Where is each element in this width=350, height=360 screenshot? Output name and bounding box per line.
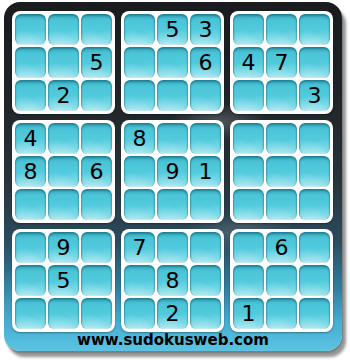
cell-r2c4[interactable] <box>124 47 155 78</box>
cell-r5c2[interactable] <box>48 156 79 187</box>
cell-r8c4[interactable] <box>124 265 155 296</box>
cell-r8c2[interactable]: 5 <box>48 265 79 296</box>
cell-r5c7[interactable] <box>233 156 264 187</box>
cell-r1c3[interactable] <box>81 14 112 45</box>
cell-r1c7[interactable] <box>233 14 264 45</box>
cell-r5c1[interactable]: 8 <box>15 156 46 187</box>
cell-r4c7[interactable] <box>233 123 264 154</box>
cell-r2c3[interactable]: 5 <box>81 47 112 78</box>
cell-r7c7[interactable] <box>233 232 264 263</box>
cell-r3c4[interactable] <box>124 80 155 111</box>
cell-r3c6[interactable] <box>190 80 221 111</box>
cell-r4c6[interactable] <box>190 123 221 154</box>
cell-r7c3[interactable] <box>81 232 112 263</box>
cell-r3c5[interactable] <box>157 80 188 111</box>
cell-r8c9[interactable] <box>299 265 330 296</box>
cell-r3c8[interactable] <box>266 80 297 111</box>
cell-r7c8[interactable]: 6 <box>266 232 297 263</box>
cell-r1c5[interactable]: 5 <box>157 14 188 45</box>
cell-r4c5[interactable] <box>157 123 188 154</box>
cell-r2c1[interactable] <box>15 47 46 78</box>
cell-r8c7[interactable] <box>233 265 264 296</box>
cell-r3c2[interactable]: 2 <box>48 80 79 111</box>
cell-r5c3[interactable]: 6 <box>81 156 112 187</box>
board-frame: 525364734868919578261 www.sudokusweb.com <box>4 2 342 351</box>
cell-r4c8[interactable] <box>266 123 297 154</box>
cell-r8c3[interactable] <box>81 265 112 296</box>
cell-r9c3[interactable] <box>81 298 112 329</box>
box-6 <box>230 120 333 223</box>
cell-r4c3[interactable] <box>81 123 112 154</box>
cell-r6c2[interactable] <box>48 189 79 220</box>
box-9: 61 <box>230 229 333 332</box>
cell-r3c3[interactable] <box>81 80 112 111</box>
cell-r9c4[interactable] <box>124 298 155 329</box>
cell-r1c1[interactable] <box>15 14 46 45</box>
cell-r6c6[interactable] <box>190 189 221 220</box>
cell-r8c1[interactable] <box>15 265 46 296</box>
cell-r9c6[interactable] <box>190 298 221 329</box>
cell-r7c1[interactable] <box>15 232 46 263</box>
cell-r7c6[interactable] <box>190 232 221 263</box>
cell-r2c9[interactable] <box>299 47 330 78</box>
site-url: www.sudokusweb.com <box>77 331 269 349</box>
cell-r8c5[interactable]: 8 <box>157 265 188 296</box>
cell-r7c5[interactable] <box>157 232 188 263</box>
cell-r5c8[interactable] <box>266 156 297 187</box>
cell-r4c9[interactable] <box>299 123 330 154</box>
cell-r6c7[interactable] <box>233 189 264 220</box>
sudoku-board: 525364734868919578261 <box>12 11 333 332</box>
box-5: 891 <box>121 120 224 223</box>
box-1: 52 <box>12 11 115 114</box>
cell-r9c8[interactable] <box>266 298 297 329</box>
cell-r8c8[interactable] <box>266 265 297 296</box>
cell-r2c5[interactable] <box>157 47 188 78</box>
sudoku-widget: 525364734868919578261 www.sudokusweb.com <box>0 0 350 360</box>
cell-r8c6[interactable] <box>190 265 221 296</box>
box-3: 473 <box>230 11 333 114</box>
cell-r4c1[interactable]: 4 <box>15 123 46 154</box>
cell-r1c4[interactable] <box>124 14 155 45</box>
cell-r9c5[interactable]: 2 <box>157 298 188 329</box>
cell-r2c6[interactable]: 6 <box>190 47 221 78</box>
cell-r3c7[interactable] <box>233 80 264 111</box>
cell-r5c9[interactable] <box>299 156 330 187</box>
cell-r4c4[interactable]: 8 <box>124 123 155 154</box>
cell-r2c7[interactable]: 4 <box>233 47 264 78</box>
cell-r1c2[interactable] <box>48 14 79 45</box>
cell-r5c4[interactable] <box>124 156 155 187</box>
cell-r4c2[interactable] <box>48 123 79 154</box>
cell-r3c9[interactable]: 3 <box>299 80 330 111</box>
cell-r5c5[interactable]: 9 <box>157 156 188 187</box>
cell-r9c7[interactable]: 1 <box>233 298 264 329</box>
cell-r9c2[interactable] <box>48 298 79 329</box>
cell-r7c2[interactable]: 9 <box>48 232 79 263</box>
cell-r7c4[interactable]: 7 <box>124 232 155 263</box>
cell-r2c2[interactable] <box>48 47 79 78</box>
box-4: 486 <box>12 120 115 223</box>
cell-r7c9[interactable] <box>299 232 330 263</box>
footer-bar: www.sudokusweb.com <box>12 331 334 348</box>
cell-r9c1[interactable] <box>15 298 46 329</box>
cell-r6c3[interactable] <box>81 189 112 220</box>
box-8: 782 <box>121 229 224 332</box>
cell-r9c9[interactable] <box>299 298 330 329</box>
cell-r5c6[interactable]: 1 <box>190 156 221 187</box>
cell-r3c1[interactable] <box>15 80 46 111</box>
cell-r1c6[interactable]: 3 <box>190 14 221 45</box>
box-7: 95 <box>12 229 115 332</box>
cell-r6c5[interactable] <box>157 189 188 220</box>
cell-r1c9[interactable] <box>299 14 330 45</box>
cell-r6c1[interactable] <box>15 189 46 220</box>
box-2: 536 <box>121 11 224 114</box>
cell-r6c8[interactable] <box>266 189 297 220</box>
cell-r6c9[interactable] <box>299 189 330 220</box>
cell-r6c4[interactable] <box>124 189 155 220</box>
cell-r1c8[interactable] <box>266 14 297 45</box>
cell-r2c8[interactable]: 7 <box>266 47 297 78</box>
